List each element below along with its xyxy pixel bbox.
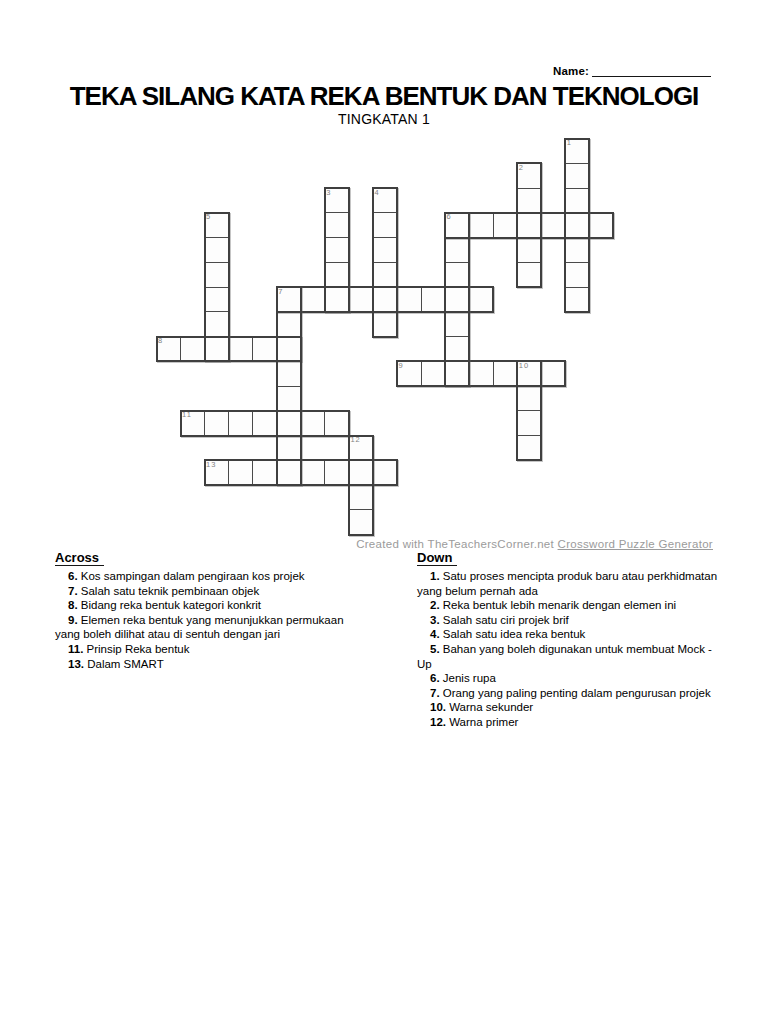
clue-down-5: 5. Bahan yang boleh digunakan untuk memb… (417, 642, 729, 671)
clue-number: 10. (430, 701, 446, 713)
clue-down-3: 3. Salah satu ciri projek brif (417, 613, 729, 628)
crossword-cell[interactable] (348, 435, 373, 461)
down-clue-list: 1. Satu proses mencipta produk baru atau… (417, 569, 729, 730)
crossword-cell[interactable] (204, 410, 229, 436)
page-title: TEKA SILANG KATA REKA BENTUK DAN TEKNOLO… (0, 81, 768, 112)
crossword-cell[interactable] (493, 361, 518, 387)
crossword-cell[interactable] (445, 212, 470, 238)
crossword-cell[interactable] (180, 410, 205, 436)
crossword-cell[interactable] (517, 163, 542, 189)
down-clues-section: Down 1. Satu proses mencipta produk baru… (417, 551, 729, 730)
footer-credit: Created with TheTeachersCorner.net Cross… (356, 538, 713, 550)
crossword-cell[interactable] (252, 336, 277, 362)
crossword-cell[interactable] (372, 188, 397, 214)
crossword-cell[interactable] (324, 410, 349, 436)
crossword-cell[interactable] (204, 287, 229, 313)
crossword-cell[interactable] (300, 410, 325, 436)
crossword-cell[interactable] (565, 262, 590, 288)
clue-across-8: 8. Bidang reka bentuk kategori konkrit (55, 598, 350, 613)
clue-across-7: 7. Salah satu teknik pembinaan objek (55, 584, 350, 599)
crossword-cell[interactable] (517, 386, 542, 412)
crossword-cell[interactable] (276, 287, 301, 313)
clue-across-6: 6. Kos sampingan dalam pengiraan kos pro… (55, 569, 350, 584)
name-field[interactable] (592, 62, 711, 77)
clue-down-1: 1. Satu proses mencipta produk baru atau… (417, 569, 729, 598)
crossword-cell[interactable] (204, 311, 229, 337)
crossword-cell[interactable] (397, 287, 422, 313)
crossword-cell[interactable] (252, 410, 277, 436)
crossword-cell[interactable] (565, 237, 590, 263)
crossword-cell[interactable] (565, 212, 590, 238)
crossword-cell[interactable] (517, 361, 542, 387)
crossword-cell[interactable] (156, 336, 181, 362)
crossword-cell[interactable] (276, 311, 301, 337)
crossword-cell[interactable] (180, 336, 205, 362)
clue-down-10: 10. Warna sekunder (417, 700, 729, 715)
crossword-cell[interactable] (445, 336, 470, 362)
crossword-cell[interactable] (565, 287, 590, 313)
crossword-cell[interactable] (469, 212, 494, 238)
crossword-cell[interactable] (517, 188, 542, 214)
crossword-cell[interactable] (445, 361, 470, 387)
crossword-cell[interactable] (541, 361, 566, 387)
crossword-cell[interactable] (445, 237, 470, 263)
crossword-cell[interactable] (204, 212, 229, 238)
footer-credit-text: Created with TheTeachersCorner.net (356, 538, 557, 550)
clue-number: 8. (68, 599, 78, 611)
crossword-cell[interactable] (276, 460, 301, 486)
crossword-cell[interactable] (276, 336, 301, 362)
crossword-cell[interactable] (421, 361, 446, 387)
crossword-cell[interactable] (324, 237, 349, 263)
clue-number: 7. (68, 585, 78, 597)
clue-down-4: 4. Salah satu idea reka bentuk (417, 627, 729, 642)
worksheet-page: Name: TEKA SILANG KATA REKA BENTUK DAN T… (0, 0, 768, 1024)
crossword-cell[interactable] (469, 361, 494, 387)
crossword-cell[interactable] (348, 460, 373, 486)
crossword-cell[interactable] (204, 237, 229, 263)
crossword-cell[interactable] (517, 262, 542, 288)
clue-down-12: 12. Warna primer (417, 715, 729, 730)
clue-number: 1. (430, 570, 440, 582)
clue-number: 9. (68, 614, 78, 626)
clue-number: 13. (68, 658, 84, 670)
crossword-cell[interactable] (372, 311, 397, 337)
clue-number: 6. (68, 570, 78, 582)
clue-number: 3. (430, 614, 440, 626)
crossword-cell[interactable] (565, 163, 590, 189)
crossword-cell[interactable] (517, 410, 542, 436)
across-header: Across (55, 551, 104, 566)
clue-number: 2. (430, 599, 440, 611)
clue-number: 6. (430, 672, 440, 684)
crossword-cell[interactable] (228, 410, 253, 436)
crossword-cell[interactable] (421, 287, 446, 313)
crossword-cell[interactable] (517, 212, 542, 238)
crossword-cell[interactable] (324, 188, 349, 214)
clue-number: 7. (430, 687, 440, 699)
crossword-cell[interactable] (493, 212, 518, 238)
clue-down-7: 7. Orang yang paling penting dalam pengu… (417, 686, 729, 701)
crossword-cell[interactable] (348, 287, 373, 313)
name-row: Name: (553, 62, 711, 77)
crossword-cell[interactable] (372, 237, 397, 263)
crossword-cell[interactable] (565, 188, 590, 214)
crossword-cell[interactable] (228, 336, 253, 362)
crossword-cell[interactable] (541, 212, 566, 238)
page-subtitle: TINGKATAN 1 (0, 111, 768, 127)
across-clue-list: 6. Kos sampingan dalam pengiraan kos pro… (55, 569, 350, 671)
crossword-cell[interactable] (324, 460, 349, 486)
clue-across-11: 11. Prinsip Reka bentuk (55, 642, 350, 657)
crossword-cell[interactable] (300, 460, 325, 486)
down-header: Down (417, 551, 457, 566)
crossword-cell[interactable] (565, 138, 590, 164)
clue-number: 12. (430, 716, 446, 728)
name-label: Name: (553, 65, 589, 77)
clue-across-9: 9. Elemen reka bentuk yang menunjukkan p… (55, 613, 350, 642)
clue-down-2: 2. Reka bentuk lebih menarik dengan elem… (417, 598, 729, 613)
crossword-cell[interactable] (276, 386, 301, 412)
crossword-cell[interactable] (276, 435, 301, 461)
crossword-cell[interactable] (517, 435, 542, 461)
crossword-cell[interactable] (372, 460, 397, 486)
crossword-cell[interactable] (397, 361, 422, 387)
crossword-cell[interactable] (372, 262, 397, 288)
crossword-cell[interactable] (204, 336, 229, 362)
crossword-cell[interactable] (276, 361, 301, 387)
crossword-cell[interactable] (204, 460, 229, 486)
crossword-cell[interactable] (372, 212, 397, 238)
clue-across-13: 13. Dalam SMART (55, 657, 350, 672)
crossword-cell[interactable] (445, 262, 470, 288)
crossword-cell[interactable] (324, 262, 349, 288)
clue-number: 11. (68, 643, 83, 655)
crossword-cell[interactable] (324, 212, 349, 238)
clue-down-6: 6. Jenis rupa (417, 671, 729, 686)
crossword-cell[interactable] (204, 262, 229, 288)
crossword-cell[interactable] (445, 311, 470, 337)
crossword-cell[interactable] (348, 509, 373, 535)
crossword-cell[interactable] (445, 287, 470, 313)
crossword-cell[interactable] (589, 212, 614, 238)
crossword-cell[interactable] (252, 460, 277, 486)
crossword-cell[interactable] (372, 287, 397, 313)
crossword-cell[interactable] (469, 287, 494, 313)
crossword-cell[interactable] (517, 237, 542, 263)
crossword-cell[interactable] (276, 410, 301, 436)
across-clues-section: Across 6. Kos sampingan dalam pengiraan … (55, 551, 350, 671)
footer-generator-link[interactable]: Crossword Puzzle Generator (558, 538, 713, 550)
crossword-cell[interactable] (348, 485, 373, 511)
crossword-cell[interactable] (324, 287, 349, 313)
clue-number: 4. (430, 628, 440, 640)
crossword-cell[interactable] (228, 460, 253, 486)
crossword-cell[interactable] (300, 287, 325, 313)
clue-number: 5. (430, 643, 440, 655)
